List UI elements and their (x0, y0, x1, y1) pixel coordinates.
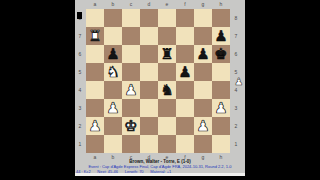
square-h7[interactable]: ♟ (212, 27, 230, 45)
square-c4[interactable]: ♟ (122, 81, 140, 99)
white-rook: ♜ (88, 27, 101, 45)
square-d7[interactable] (140, 27, 158, 45)
square-a8[interactable] (86, 9, 104, 27)
white-pawn: ♟ (124, 81, 137, 99)
square-a3[interactable] (86, 99, 104, 117)
square-f8[interactable] (176, 9, 194, 27)
rank-label-7: 7 (76, 27, 84, 45)
square-b6[interactable]: ♟ (104, 45, 122, 63)
black-king: ♚ (214, 45, 227, 63)
square-h5[interactable] (212, 63, 230, 81)
square-d8[interactable] (140, 9, 158, 27)
square-g4[interactable] (194, 81, 212, 99)
square-c6[interactable] (122, 45, 140, 63)
square-g1[interactable] (194, 135, 212, 153)
square-h3[interactable]: ♟ (212, 99, 230, 117)
file-label-c: c (122, 1, 140, 8)
square-e3[interactable] (158, 99, 176, 117)
square-c5[interactable] (122, 63, 140, 81)
square-f3[interactable] (176, 99, 194, 117)
square-b2[interactable] (104, 117, 122, 135)
square-f1[interactable] (176, 135, 194, 153)
square-a5[interactable] (86, 63, 104, 81)
rank-labels-left: 87654321 (76, 9, 84, 153)
square-f7[interactable] (176, 27, 194, 45)
file-label-g: g (194, 1, 212, 8)
square-a2[interactable]: ♟ (86, 117, 104, 135)
file-label-f: f (176, 1, 194, 8)
square-g8[interactable] (194, 9, 212, 27)
material-pawn-icon: ♟ (233, 76, 245, 88)
square-b1[interactable] (104, 135, 122, 153)
square-a4[interactable] (86, 81, 104, 99)
square-d3[interactable] (140, 99, 158, 117)
white-pawn: ♟ (106, 99, 119, 117)
rank-label-2: 2 (76, 117, 84, 135)
black-rook: ♜ (160, 45, 173, 63)
square-e4[interactable]: ♞ (158, 81, 176, 99)
file-label-d: d (140, 1, 158, 8)
square-e2[interactable] (158, 117, 176, 135)
rank-label-7: 7 (232, 27, 240, 45)
rank-label-5: 5 (76, 63, 84, 81)
square-f4[interactable] (176, 81, 194, 99)
square-b7[interactable] (104, 27, 122, 45)
square-a1[interactable] (86, 135, 104, 153)
file-label-e: e (158, 1, 176, 8)
letterbox-right (245, 0, 320, 180)
chess-board: ♜♟♟♜♟♚♞♟♟♞♟♟♟♚♟ (86, 9, 230, 153)
square-f6[interactable] (176, 45, 194, 63)
rank-label-3: 3 (232, 99, 240, 117)
file-label-b: b (104, 1, 122, 8)
square-c3[interactable] (122, 99, 140, 117)
square-a6[interactable] (86, 45, 104, 63)
square-b4[interactable] (104, 81, 122, 99)
black-pawn: ♟ (178, 63, 191, 81)
square-e7[interactable] (158, 27, 176, 45)
bottom-strip (75, 173, 245, 176)
white-pawn: ♟ (214, 99, 227, 117)
square-d4[interactable] (140, 81, 158, 99)
square-c7[interactable] (122, 27, 140, 45)
square-f2[interactable] (176, 117, 194, 135)
square-c2[interactable]: ♚ (122, 117, 140, 135)
square-h1[interactable] (212, 135, 230, 153)
square-g6[interactable]: ♟ (194, 45, 212, 63)
square-h2[interactable] (212, 117, 230, 135)
black-pawn: ♟ (106, 45, 119, 63)
rank-label-4: 4 (76, 81, 84, 99)
square-e8[interactable] (158, 9, 176, 27)
black-pawn: ♟ (196, 45, 209, 63)
square-b3[interactable]: ♟ (104, 99, 122, 117)
square-c1[interactable] (122, 135, 140, 153)
file-label-h: h (212, 1, 230, 8)
black-knight: ♞ (160, 81, 173, 99)
file-labels-top: abcdefgh (86, 1, 230, 8)
square-g5[interactable] (194, 63, 212, 81)
square-g2[interactable]: ♟ (194, 117, 212, 135)
square-g7[interactable] (194, 27, 212, 45)
square-b8[interactable] (104, 9, 122, 27)
square-h6[interactable]: ♚ (212, 45, 230, 63)
square-a7[interactable]: ♜ (86, 27, 104, 45)
square-d6[interactable] (140, 45, 158, 63)
white-pawn: ♟ (196, 117, 209, 135)
square-h8[interactable] (212, 9, 230, 27)
rank-label-1: 1 (232, 135, 240, 153)
square-c8[interactable] (122, 9, 140, 27)
letterbox-left (0, 0, 75, 180)
black-pawn: ♟ (214, 27, 227, 45)
rank-label-1: 1 (76, 135, 84, 153)
rank-label-8: 8 (232, 9, 240, 27)
square-e1[interactable] (158, 135, 176, 153)
white-pawn: ♟ (88, 117, 101, 135)
white-knight: ♞ (106, 63, 119, 81)
rank-label-6: 6 (232, 45, 240, 63)
rank-label-6: 6 (76, 45, 84, 63)
file-label-a: a (86, 1, 104, 8)
square-d5[interactable] (140, 63, 158, 81)
square-f5[interactable]: ♟ (176, 63, 194, 81)
square-b5[interactable]: ♞ (104, 63, 122, 81)
square-e6[interactable]: ♜ (158, 45, 176, 63)
square-h4[interactable] (212, 81, 230, 99)
white-king: ♚ (124, 117, 137, 135)
black-to-move-indicator (77, 12, 82, 19)
square-d1[interactable] (140, 135, 158, 153)
square-e5[interactable] (158, 63, 176, 81)
square-d2[interactable] (140, 117, 158, 135)
rank-label-2: 2 (232, 117, 240, 135)
board-panel: abcdefgh abcdefgh 87654321 87654321 ♜♟♟♜… (75, 0, 245, 176)
square-g3[interactable] (194, 99, 212, 117)
rank-label-3: 3 (76, 99, 84, 117)
